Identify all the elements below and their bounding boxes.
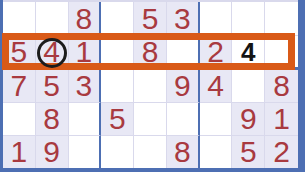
- cell-r7c5[interactable]: [134, 70, 167, 103]
- cell-r5c6[interactable]: 3: [167, 2, 200, 36]
- cell-r9c9[interactable]: 2: [265, 136, 298, 168]
- cell-r5c3[interactable]: 8: [69, 2, 102, 36]
- cell-r7c6[interactable]: 9: [167, 70, 200, 103]
- cell-r5c8[interactable]: [232, 2, 265, 36]
- cell-r9c2[interactable]: 9: [36, 136, 69, 168]
- cell-r7c9[interactable]: 8: [265, 70, 298, 103]
- cell-r9c3[interactable]: [69, 136, 102, 168]
- cell-r6c4[interactable]: [101, 36, 134, 70]
- cell-r8c6[interactable]: [167, 103, 200, 136]
- cell-r9c5[interactable]: [134, 136, 167, 168]
- cell-r6c7[interactable]: 2: [200, 36, 233, 70]
- cell-r8c3[interactable]: [69, 103, 102, 136]
- cell-r7c8[interactable]: [232, 70, 265, 103]
- cell-r5c4[interactable]: [101, 2, 134, 36]
- cell-r7c7[interactable]: 4: [200, 70, 233, 103]
- cell-r8c5[interactable]: [134, 103, 167, 136]
- cell-r8c7[interactable]: [200, 103, 233, 136]
- cell-r7c2[interactable]: 5: [36, 70, 69, 103]
- cell-r6c6[interactable]: [167, 36, 200, 70]
- cell-r8c8[interactable]: 9: [232, 103, 265, 136]
- cell-r7c3[interactable]: 3: [69, 70, 102, 103]
- cell-r6c2[interactable]: 4: [36, 36, 69, 70]
- cell-r6c1[interactable]: 5: [3, 36, 36, 70]
- cell-r8c9[interactable]: 1: [265, 103, 298, 136]
- sudoku-grid: 853541824753948859119852: [3, 0, 298, 168]
- cell-r6c5[interactable]: 8: [134, 36, 167, 70]
- cell-r9c1[interactable]: 1: [3, 136, 36, 168]
- cell-r8c2[interactable]: 8: [36, 103, 69, 136]
- cell-r5c2[interactable]: [36, 2, 69, 36]
- cell-r8c1[interactable]: [3, 103, 36, 136]
- cell-r9c7[interactable]: [200, 136, 233, 168]
- cell-r6c9[interactable]: [265, 36, 298, 70]
- cell-r7c4[interactable]: [101, 70, 134, 103]
- cell-r5c1[interactable]: [3, 2, 36, 36]
- cell-r7c1[interactable]: 7: [3, 70, 36, 103]
- cell-r5c7[interactable]: [200, 2, 233, 36]
- cell-r8c4[interactable]: 5: [101, 103, 134, 136]
- cell-r5c9[interactable]: [265, 2, 298, 36]
- cell-r9c4[interactable]: [101, 136, 134, 168]
- cell-r6c3[interactable]: 1: [69, 36, 102, 70]
- sudoku-board-crop: 853541824753948859119852: [0, 0, 305, 172]
- cell-r9c8[interactable]: 5: [232, 136, 265, 168]
- cell-r5c5[interactable]: 5: [134, 2, 167, 36]
- cell-r6c8[interactable]: 4: [232, 36, 265, 70]
- cell-r9c6[interactable]: 8: [167, 136, 200, 168]
